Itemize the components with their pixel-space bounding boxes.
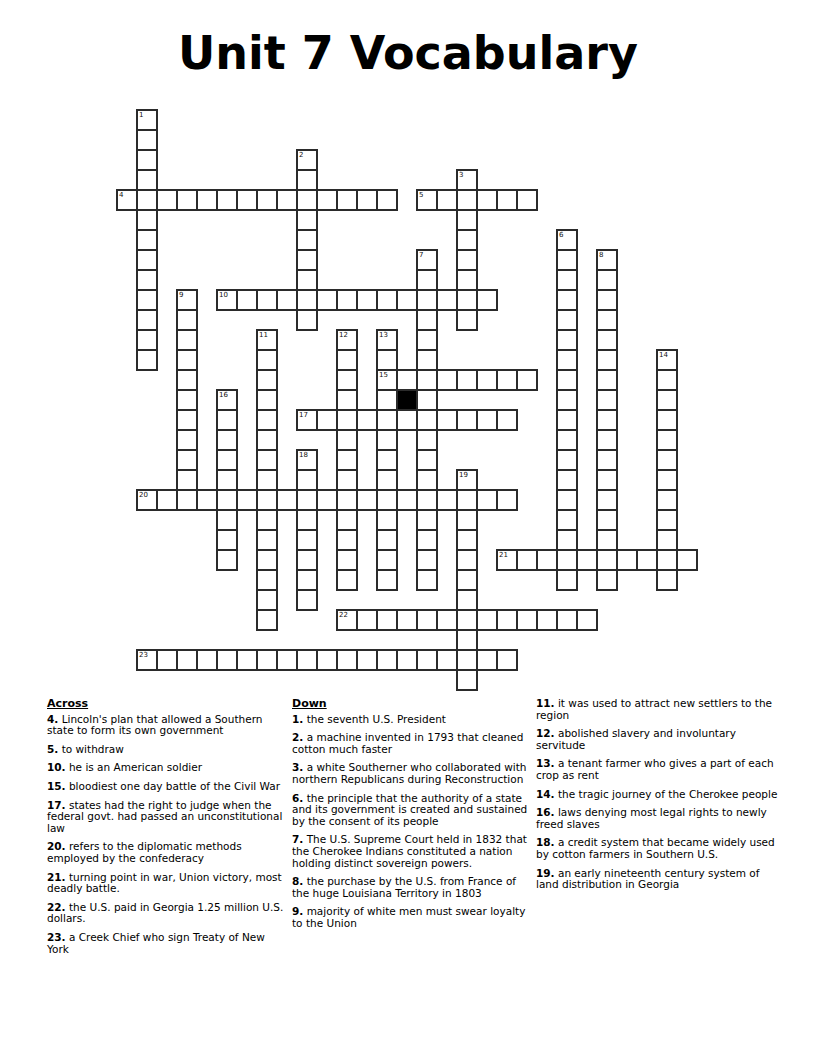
- grid-cell[interactable]: [136, 149, 158, 171]
- grid-cell[interactable]: [476, 189, 498, 211]
- grid-cell[interactable]: [416, 409, 438, 431]
- grid-cell[interactable]: [436, 369, 458, 391]
- grid-cell[interactable]: [376, 529, 398, 551]
- cell-number: 12: [339, 331, 348, 339]
- grid-cell[interactable]: [356, 289, 378, 311]
- grid-cell[interactable]: [176, 329, 198, 351]
- grid-cell[interactable]: [256, 569, 278, 591]
- grid-cell[interactable]: [596, 529, 618, 551]
- grid-cell[interactable]: [456, 529, 478, 551]
- grid-cell[interactable]: [376, 429, 398, 451]
- grid-cell[interactable]: 20: [136, 489, 158, 511]
- grid-cell[interactable]: [596, 569, 618, 591]
- grid-cell[interactable]: [336, 509, 358, 531]
- grid-cell[interactable]: 11: [256, 329, 278, 351]
- grid-cell[interactable]: [456, 609, 478, 631]
- grid-cell[interactable]: [376, 489, 398, 511]
- grid-cell[interactable]: [596, 429, 618, 451]
- grid-cell[interactable]: [576, 609, 598, 631]
- grid-cell[interactable]: [556, 389, 578, 411]
- grid-cell[interactable]: [556, 489, 578, 511]
- grid-cell[interactable]: [136, 309, 158, 331]
- grid-cell[interactable]: [336, 389, 358, 411]
- grid-cell[interactable]: [176, 349, 198, 371]
- grid-cell[interactable]: [416, 389, 438, 411]
- grid-cell[interactable]: [336, 349, 358, 371]
- grid-cell[interactable]: [216, 649, 238, 671]
- grid-cell[interactable]: 9: [176, 289, 198, 311]
- grid-cell[interactable]: [456, 189, 478, 211]
- grid-cell[interactable]: [296, 309, 318, 331]
- grid-cell[interactable]: [256, 609, 278, 631]
- grid-cell[interactable]: 12: [336, 329, 358, 351]
- grid-cell[interactable]: [136, 169, 158, 191]
- grid-cell[interactable]: [256, 289, 278, 311]
- grid-cell[interactable]: [336, 469, 358, 491]
- clue-number: 10.: [47, 761, 66, 773]
- grid-cell[interactable]: [136, 229, 158, 251]
- grid-cell[interactable]: [456, 589, 478, 611]
- grid-cell[interactable]: [656, 409, 678, 431]
- grid-cell[interactable]: [296, 249, 318, 271]
- grid-cell[interactable]: [556, 569, 578, 591]
- grid-cell[interactable]: [516, 369, 538, 391]
- down-clues-column: Down 1. the seventh U.S. President2. a m…: [292, 698, 530, 937]
- grid-cell[interactable]: [176, 409, 198, 431]
- grid-cell[interactable]: [436, 189, 458, 211]
- grid-cell[interactable]: [376, 389, 398, 411]
- grid-cell[interactable]: [316, 289, 338, 311]
- clue-item-1: 1. the seventh U.S. President: [292, 714, 530, 726]
- grid-cell[interactable]: [396, 369, 418, 391]
- grid-cell[interactable]: [256, 349, 278, 371]
- clue-item-22: 22. the U.S. paid in Georgia 1.25 millio…: [47, 902, 285, 925]
- grid-cell[interactable]: [456, 249, 478, 271]
- grid-cell[interactable]: [256, 589, 278, 611]
- grid-cell[interactable]: [656, 529, 678, 551]
- grid-cell[interactable]: [136, 329, 158, 351]
- grid-cell[interactable]: [136, 129, 158, 151]
- grid-cell[interactable]: [396, 289, 418, 311]
- grid-cell[interactable]: [596, 449, 618, 471]
- grid-cell[interactable]: [216, 409, 238, 431]
- cell-number: 21: [499, 551, 508, 559]
- clue-item-21: 21. turning point in war, Union victory,…: [47, 872, 285, 895]
- grid-cell[interactable]: [656, 389, 678, 411]
- grid-cell[interactable]: [216, 469, 238, 491]
- grid-cell[interactable]: [516, 609, 538, 631]
- grid-cell[interactable]: [216, 529, 238, 551]
- grid-cell[interactable]: [416, 509, 438, 531]
- grid-cell[interactable]: [556, 349, 578, 371]
- grid-cell[interactable]: [296, 569, 318, 591]
- grid-cell[interactable]: [196, 649, 218, 671]
- grid-cell[interactable]: [256, 409, 278, 431]
- grid-cell[interactable]: [196, 489, 218, 511]
- grid-cell[interactable]: [236, 189, 258, 211]
- grid-cell[interactable]: [336, 189, 358, 211]
- grid-cell[interactable]: 22: [336, 609, 358, 631]
- cell-number: 15: [379, 371, 388, 379]
- grid-cell[interactable]: 19: [456, 469, 478, 491]
- grid-cell[interactable]: [256, 369, 278, 391]
- grid-cell[interactable]: [596, 349, 618, 371]
- grid-cell[interactable]: [436, 609, 458, 631]
- grid-cell[interactable]: 4: [116, 189, 138, 211]
- grid-cell[interactable]: [296, 209, 318, 231]
- grid-cell[interactable]: [376, 509, 398, 531]
- grid-cell[interactable]: [476, 609, 498, 631]
- grid-cell[interactable]: [416, 289, 438, 311]
- grid-cell[interactable]: [496, 649, 518, 671]
- grid-cell[interactable]: [276, 189, 298, 211]
- grid-cell[interactable]: [296, 509, 318, 531]
- clue-number: 9.: [292, 905, 303, 917]
- grid-cell[interactable]: [576, 549, 598, 571]
- grid-cell[interactable]: [556, 269, 578, 291]
- grid-cell[interactable]: 13: [376, 329, 398, 351]
- grid-cell[interactable]: [296, 189, 318, 211]
- grid-cell[interactable]: [136, 209, 158, 231]
- grid-cell[interactable]: [456, 409, 478, 431]
- grid-cell[interactable]: 23: [136, 649, 158, 671]
- grid-cell[interactable]: [176, 649, 198, 671]
- clue-number: 7.: [292, 833, 303, 845]
- grid-cell[interactable]: 1: [136, 109, 158, 131]
- grid-cell[interactable]: [676, 549, 698, 571]
- grid-cell[interactable]: [236, 649, 258, 671]
- grid-cell[interactable]: [356, 649, 378, 671]
- grid-cell[interactable]: [596, 469, 618, 491]
- grid-cell[interactable]: [336, 409, 358, 431]
- grid-cell[interactable]: [176, 309, 198, 331]
- grid-cell[interactable]: [556, 329, 578, 351]
- grid-cell[interactable]: [376, 469, 398, 491]
- grid-cell[interactable]: [376, 549, 398, 571]
- grid-cell[interactable]: [336, 449, 358, 471]
- grid-cell[interactable]: 21: [496, 549, 518, 571]
- grid-cell[interactable]: [336, 489, 358, 511]
- cell-number: 2: [299, 151, 303, 159]
- grid-cell[interactable]: [336, 429, 358, 451]
- grid-cell[interactable]: [256, 429, 278, 451]
- grid-cell[interactable]: [476, 649, 498, 671]
- grid-cell[interactable]: [416, 549, 438, 571]
- grid-cell[interactable]: [216, 489, 238, 511]
- grid-cell[interactable]: [656, 369, 678, 391]
- grid-cell[interactable]: [616, 549, 638, 571]
- grid-cell[interactable]: [496, 489, 518, 511]
- grid-cell[interactable]: [296, 229, 318, 251]
- cell-number: 18: [299, 451, 308, 459]
- grid-cell[interactable]: 7: [416, 249, 438, 271]
- grid-cell[interactable]: [556, 289, 578, 311]
- grid-cell[interactable]: [656, 429, 678, 451]
- grid-cell[interactable]: [556, 369, 578, 391]
- grid-cell[interactable]: [236, 489, 258, 511]
- cell-number: 8: [599, 251, 603, 259]
- grid-cell[interactable]: [236, 289, 258, 311]
- grid-cell[interactable]: [256, 189, 278, 211]
- grid-cell[interactable]: [276, 649, 298, 671]
- grid-cell[interactable]: [596, 509, 618, 531]
- grid-cell[interactable]: [416, 349, 438, 371]
- grid-cell[interactable]: [296, 649, 318, 671]
- grid-cell[interactable]: [456, 369, 478, 391]
- grid-cell[interactable]: [456, 209, 478, 231]
- cell-number: 4: [119, 191, 123, 199]
- grid-cell[interactable]: [436, 289, 458, 311]
- clue-item-7: 7. The U.S. Supreme Court held in 1832 t…: [292, 834, 530, 869]
- grid-cell[interactable]: [156, 189, 178, 211]
- grid-cell[interactable]: [556, 549, 578, 571]
- grid-cell[interactable]: [516, 549, 538, 571]
- grid-cell[interactable]: [276, 289, 298, 311]
- grid-cell[interactable]: [356, 609, 378, 631]
- grid-cell[interactable]: [316, 489, 338, 511]
- grid-cell[interactable]: [336, 529, 358, 551]
- grid-cell[interactable]: [316, 649, 338, 671]
- grid-cell[interactable]: [416, 529, 438, 551]
- grid-cell[interactable]: [376, 569, 398, 591]
- grid-cell[interactable]: [296, 289, 318, 311]
- grid-cell[interactable]: [356, 189, 378, 211]
- grid-cell[interactable]: [216, 549, 238, 571]
- grid-cell[interactable]: [136, 349, 158, 371]
- grid-cell[interactable]: [656, 489, 678, 511]
- grid-cell[interactable]: 10: [216, 289, 238, 311]
- grid-cell[interactable]: 2: [296, 149, 318, 171]
- grid-cell[interactable]: [336, 549, 358, 571]
- grid-cell[interactable]: [156, 649, 178, 671]
- grid-cell[interactable]: [656, 469, 678, 491]
- grid-cell[interactable]: [416, 449, 438, 471]
- grid-cell[interactable]: [156, 489, 178, 511]
- grid-cell[interactable]: [216, 449, 238, 471]
- clue-number: 12.: [536, 727, 555, 739]
- cell-number: 5: [419, 191, 423, 199]
- grid-cell[interactable]: [296, 269, 318, 291]
- grid-cell[interactable]: [336, 649, 358, 671]
- grid-cell[interactable]: [256, 489, 278, 511]
- grid-cell[interactable]: [136, 289, 158, 311]
- grid-cell[interactable]: [476, 409, 498, 431]
- grid-cell[interactable]: [296, 469, 318, 491]
- grid-cell[interactable]: [376, 189, 398, 211]
- grid-cell[interactable]: [516, 189, 538, 211]
- clue-number: 5.: [47, 743, 58, 755]
- grid-cell[interactable]: [136, 269, 158, 291]
- grid-cell[interactable]: [596, 309, 618, 331]
- grid-cell[interactable]: [416, 649, 438, 671]
- grid-cell[interactable]: [336, 369, 358, 391]
- grid-cell[interactable]: 17: [296, 409, 318, 431]
- grid-cell[interactable]: [596, 329, 618, 351]
- grid-cell[interactable]: [256, 549, 278, 571]
- grid-cell[interactable]: [596, 409, 618, 431]
- grid-cell[interactable]: [556, 429, 578, 451]
- grid-cell[interactable]: [596, 289, 618, 311]
- grid-cell[interactable]: [656, 509, 678, 531]
- grid-cell[interactable]: [636, 549, 658, 571]
- grid-cell[interactable]: [256, 469, 278, 491]
- grid-cell[interactable]: [256, 509, 278, 531]
- grid-cell[interactable]: [376, 649, 398, 671]
- grid-cell[interactable]: 8: [596, 249, 618, 271]
- grid-cell[interactable]: [596, 389, 618, 411]
- grid-cell[interactable]: [356, 409, 378, 431]
- cell-number: 7: [419, 251, 423, 259]
- grid-cell[interactable]: [456, 309, 478, 331]
- grid-cell[interactable]: [416, 469, 438, 491]
- clue-number: 18.: [536, 836, 555, 848]
- grid-cell[interactable]: [416, 269, 438, 291]
- grid-cell[interactable]: [656, 449, 678, 471]
- grid-cell[interactable]: [416, 609, 438, 631]
- grid-cell[interactable]: [276, 489, 298, 511]
- grid-cell[interactable]: [376, 609, 398, 631]
- grid-cell[interactable]: [176, 449, 198, 471]
- grid-cell[interactable]: [476, 289, 498, 311]
- grid-cell[interactable]: [136, 249, 158, 271]
- grid-cell[interactable]: [396, 409, 418, 431]
- grid-cell[interactable]: [496, 369, 518, 391]
- grid-cell[interactable]: [296, 589, 318, 611]
- grid-cell[interactable]: [656, 549, 678, 571]
- clue-number: 22.: [47, 901, 66, 913]
- grid-cell[interactable]: [456, 669, 478, 691]
- grid-cell[interactable]: 5: [416, 189, 438, 211]
- grid-cell[interactable]: [556, 469, 578, 491]
- grid-cell[interactable]: [296, 169, 318, 191]
- clue-item-12: 12. abolished slavery and involuntary se…: [536, 728, 782, 751]
- grid-cell[interactable]: [456, 629, 478, 651]
- grid-cell[interactable]: [556, 529, 578, 551]
- grid-cell[interactable]: [496, 609, 518, 631]
- clue-item-11: 11. it was used to attract new settlers …: [536, 698, 782, 721]
- cell-number: 20: [139, 491, 148, 499]
- grid-cell[interactable]: [416, 429, 438, 451]
- grid-cell[interactable]: 14: [656, 349, 678, 371]
- grid-cell[interactable]: [296, 529, 318, 551]
- grid-cell[interactable]: [176, 369, 198, 391]
- grid-cell[interactable]: [176, 189, 198, 211]
- grid-cell[interactable]: [436, 409, 458, 431]
- grid-cell[interactable]: [336, 569, 358, 591]
- grid-cell[interactable]: [416, 489, 438, 511]
- grid-cell[interactable]: [456, 509, 478, 531]
- grid-cell[interactable]: [256, 449, 278, 471]
- grid-cell[interactable]: [596, 369, 618, 391]
- grid-cell[interactable]: [456, 569, 478, 591]
- grid-cell[interactable]: [456, 649, 478, 671]
- grid-cell[interactable]: [536, 609, 558, 631]
- grid-cell[interactable]: [136, 189, 158, 211]
- grid-cell[interactable]: [376, 409, 398, 431]
- grid-cell[interactable]: 18: [296, 449, 318, 471]
- grid-cell[interactable]: [496, 409, 518, 431]
- grid-cell[interactable]: [536, 549, 558, 571]
- grid-cell[interactable]: [176, 389, 198, 411]
- grid-cell[interactable]: [556, 409, 578, 431]
- grid-cell[interactable]: [376, 449, 398, 471]
- clue-number: 21.: [47, 871, 66, 883]
- clue-number: 19.: [536, 867, 555, 879]
- grid-cell[interactable]: [476, 369, 498, 391]
- grid-cell[interactable]: [316, 189, 338, 211]
- grid-cell[interactable]: 15: [376, 369, 398, 391]
- cell-number: 17: [299, 411, 308, 419]
- grid-cell[interactable]: 3: [456, 169, 478, 191]
- grid-cell[interactable]: [256, 529, 278, 551]
- grid-cell[interactable]: [456, 229, 478, 251]
- grid-cell[interactable]: [336, 289, 358, 311]
- grid-cell[interactable]: [556, 609, 578, 631]
- grid-cell[interactable]: [256, 649, 278, 671]
- grid-cell[interactable]: [396, 489, 418, 511]
- grid-cell[interactable]: [256, 389, 278, 411]
- grid-cell[interactable]: [416, 569, 438, 591]
- clue-item-18: 18. a credit system that became widely u…: [536, 837, 782, 860]
- grid-cell[interactable]: [396, 609, 418, 631]
- grid-cell[interactable]: [556, 509, 578, 531]
- grid-cell[interactable]: [556, 249, 578, 271]
- grid-cell[interactable]: [656, 569, 678, 591]
- grid-cell[interactable]: [396, 649, 418, 671]
- grid-cell[interactable]: [456, 289, 478, 311]
- grid-cell[interactable]: [296, 549, 318, 571]
- grid-cell[interactable]: [456, 269, 478, 291]
- grid-cell[interactable]: [436, 489, 458, 511]
- grid-cell[interactable]: [456, 549, 478, 571]
- grid-cell[interactable]: [416, 329, 438, 351]
- grid-cell[interactable]: [416, 309, 438, 331]
- grid-cell[interactable]: [216, 509, 238, 531]
- clue-item-2: 2. a machine invented in 1793 that clean…: [292, 732, 530, 755]
- grid-cell[interactable]: [176, 429, 198, 451]
- clue-item-13: 13. a tenant farmer who gives a part of …: [536, 758, 782, 781]
- clue-number: 13.: [536, 757, 555, 769]
- grid-cell[interactable]: [216, 189, 238, 211]
- grid-cell[interactable]: [596, 489, 618, 511]
- grid-cell[interactable]: [456, 489, 478, 511]
- grid-cell[interactable]: [316, 409, 338, 431]
- grid-cell[interactable]: [376, 289, 398, 311]
- grid-cell[interactable]: [556, 449, 578, 471]
- grid-cell[interactable]: [556, 309, 578, 331]
- grid-cell[interactable]: [216, 429, 238, 451]
- grid-cell[interactable]: [376, 349, 398, 371]
- grid-cell[interactable]: [436, 649, 458, 671]
- clue-item-4: 4. Lincoln's plan that allowed a Souther…: [47, 714, 285, 737]
- grid-cell[interactable]: [176, 489, 198, 511]
- cell-number: 19: [459, 471, 468, 479]
- grid-cell[interactable]: 16: [216, 389, 238, 411]
- clue-number: 20.: [47, 840, 66, 852]
- grid-cell[interactable]: [476, 489, 498, 511]
- cell-number: 1: [139, 111, 143, 119]
- grid-cell[interactable]: [356, 489, 378, 511]
- grid-cell[interactable]: [596, 269, 618, 291]
- grid-cell[interactable]: [496, 189, 518, 211]
- grid-cell[interactable]: [596, 549, 618, 571]
- grid-cell[interactable]: [416, 369, 438, 391]
- grid-cell[interactable]: [176, 469, 198, 491]
- down-header: Down: [292, 698, 530, 710]
- grid-cell[interactable]: [296, 489, 318, 511]
- grid-cell[interactable]: [196, 189, 218, 211]
- grid-cell[interactable]: 6: [556, 229, 578, 251]
